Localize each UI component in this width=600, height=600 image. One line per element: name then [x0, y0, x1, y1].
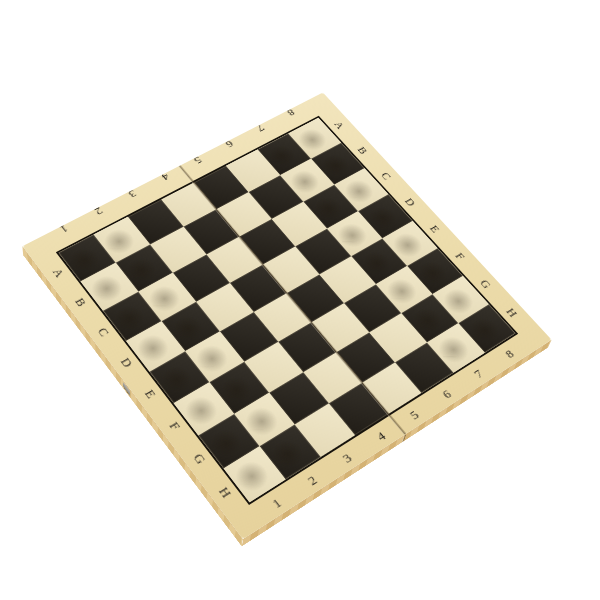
piece-glyph: ♜ [218, 437, 260, 484]
file-label-bottom-g: G [186, 446, 212, 471]
file-label-bottom-b: B [68, 291, 92, 313]
file-label-bottom-f: F [162, 414, 188, 439]
file-label-bottom-c: C [91, 321, 116, 344]
rank-label-left-5: 5 [186, 151, 211, 169]
piece-glyph: ♟ [426, 319, 459, 356]
file-label-bottom-e: E [138, 382, 163, 406]
rank-label-left-4: 4 [153, 168, 178, 186]
rank-label-left-6: 6 [218, 135, 242, 152]
rank-label-left-3: 3 [120, 184, 145, 202]
fold-clasp [123, 382, 130, 396]
piece-glyph: ♜ [454, 293, 493, 336]
square-e3 [220, 312, 278, 362]
chess-board: ♜♞♝♛♚♝♞♜♟♟♟♟♟♟♟♟♟♟♟♟♟♟♟♟♜♞♝♛♚♝♞♜ AA11BB2… [22, 93, 551, 540]
piece-glyph: ♟ [258, 422, 293, 461]
playing-field: ♜♞♝♛♚♝♞♜♟♟♟♟♟♟♟♟♟♟♟♟♟♟♟♟♜♞♝♛♚♝♞♜ [59, 118, 516, 502]
file-label-bottom-a: A [46, 262, 70, 284]
fold-seam-side-cut [401, 434, 406, 443]
file-label-bottom-d: D [114, 351, 139, 375]
product-photo-scene: ♜♞♝♛♚♝♞♜♟♟♟♟♟♟♟♟♟♟♟♟♟♟♟♟♜♞♝♛♚♝♞♜ AA11BB2… [0, 0, 600, 600]
